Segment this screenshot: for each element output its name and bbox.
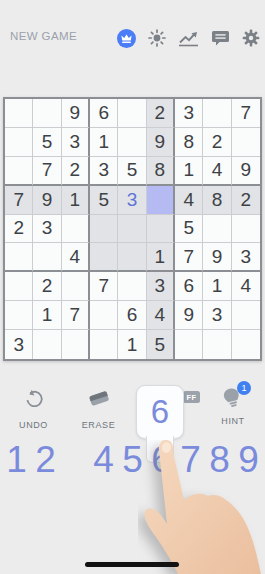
pressed-number-popup: 6: [136, 385, 184, 439]
cell-r3c8[interactable]: 4: [203, 157, 231, 186]
cell-r1c1[interactable]: [5, 99, 33, 128]
cell-r5c5[interactable]: [118, 215, 146, 244]
cell-r6c4[interactable]: [90, 243, 118, 272]
cell-r4c8[interactable]: 8: [203, 186, 231, 215]
cell-r9c8[interactable]: [203, 330, 231, 359]
erase-label: ERASE: [82, 420, 116, 430]
cell-r3c3[interactable]: 2: [62, 157, 90, 186]
cell-r9c9[interactable]: [232, 330, 260, 359]
undo-button[interactable]: UNDO: [11, 389, 56, 430]
cell-r9c2[interactable]: [33, 330, 61, 359]
cell-r2c3[interactable]: 3: [62, 128, 90, 157]
cell-r2c9[interactable]: [232, 128, 260, 157]
statistics-icon[interactable]: [178, 30, 199, 47]
cell-r5c2[interactable]: 3: [33, 215, 61, 244]
cell-r5c4[interactable]: [90, 215, 118, 244]
cell-r2c5[interactable]: [118, 128, 146, 157]
cell-r9c7[interactable]: [175, 330, 203, 359]
cell-r9c6[interactable]: 5: [147, 330, 175, 359]
cell-r8c9[interactable]: [232, 301, 260, 330]
cell-r4c7[interactable]: 4: [175, 186, 203, 215]
numpad-empty: [60, 437, 89, 483]
cell-r3c2[interactable]: 7: [33, 157, 61, 186]
cell-r7c2[interactable]: 2: [33, 272, 61, 301]
cell-r8c3[interactable]: 7: [62, 301, 90, 330]
cell-r6c6[interactable]: 1: [147, 243, 175, 272]
cell-r2c8[interactable]: 2: [203, 128, 231, 157]
new-game-button[interactable]: NEW GAME: [10, 30, 77, 42]
erase-button[interactable]: ERASE: [76, 388, 121, 430]
hint-bulb-icon: [221, 395, 245, 412]
brightness-icon[interactable]: [148, 29, 166, 47]
cell-r1c2[interactable]: [33, 99, 61, 128]
cell-r2c6[interactable]: 9: [147, 128, 175, 157]
cell-r9c4[interactable]: [90, 330, 118, 359]
undo-label: UNDO: [19, 420, 48, 430]
cell-r8c4[interactable]: [90, 301, 118, 330]
feedback-icon[interactable]: [211, 30, 230, 47]
cell-r7c3[interactable]: [62, 272, 90, 301]
cell-r6c7[interactable]: 7: [175, 243, 203, 272]
cell-r6c1[interactable]: [5, 243, 33, 272]
cell-r1c8[interactable]: [203, 99, 231, 128]
cell-r3c4[interactable]: 3: [90, 157, 118, 186]
cell-r2c1[interactable]: [5, 128, 33, 157]
home-indicator[interactable]: [85, 562, 179, 567]
cell-r1c4[interactable]: 6: [90, 99, 118, 128]
cell-r9c1[interactable]: 3: [5, 330, 33, 359]
cell-r1c3[interactable]: 9: [62, 99, 90, 128]
cell-r7c1[interactable]: [5, 272, 33, 301]
cell-r3c9[interactable]: 9: [232, 157, 260, 186]
cell-r8c1[interactable]: [5, 301, 33, 330]
cell-r5c3[interactable]: [62, 215, 90, 244]
top-bar: NEW GAME: [0, 0, 265, 56]
cell-r4c4[interactable]: 5: [90, 186, 118, 215]
status-bar: EASY Mistakes:0/3 00:17: [0, 70, 265, 96]
cell-r8c6[interactable]: 4: [147, 301, 175, 330]
settings-gear-icon[interactable]: [242, 29, 260, 47]
hint-label: HINT: [221, 416, 244, 426]
cell-r5c1[interactable]: 2: [5, 215, 33, 244]
cell-r7c4[interactable]: 7: [90, 272, 118, 301]
numpad-2[interactable]: 2: [31, 437, 60, 483]
cell-r3c5[interactable]: 5: [118, 157, 146, 186]
cell-r3c7[interactable]: 1: [175, 157, 203, 186]
cell-r2c7[interactable]: 8: [175, 128, 203, 157]
cell-r1c5[interactable]: [118, 99, 146, 128]
cell-r9c3[interactable]: [62, 330, 90, 359]
cell-r6c2[interactable]: [33, 243, 61, 272]
cell-r4c3[interactable]: 1: [62, 186, 90, 215]
numpad-4[interactable]: 4: [89, 437, 118, 483]
cell-r2c4[interactable]: 1: [90, 128, 118, 157]
cell-r5c9[interactable]: [232, 215, 260, 244]
cell-r1c9[interactable]: 7: [232, 99, 260, 128]
cell-r7c9[interactable]: 4: [232, 272, 260, 301]
cell-r3c1[interactable]: [5, 157, 33, 186]
numpad-1[interactable]: 1: [2, 437, 31, 483]
cell-r6c3[interactable]: 4: [62, 243, 90, 272]
notes-off-badge[interactable]: FF: [183, 391, 200, 403]
cell-r9c5[interactable]: 1: [118, 330, 146, 359]
cell-r8c7[interactable]: 9: [175, 301, 203, 330]
crown-icon[interactable]: [117, 29, 136, 48]
cell-r1c6[interactable]: 2: [147, 99, 175, 128]
cell-r6c9[interactable]: 3: [232, 243, 260, 272]
cell-r5c7[interactable]: 5: [175, 215, 203, 244]
cell-r5c8[interactable]: [203, 215, 231, 244]
hint-badge: 1: [237, 381, 251, 395]
cell-r6c5[interactable]: [118, 243, 146, 272]
cell-r8c5[interactable]: 6: [118, 301, 146, 330]
undo-icon: [24, 389, 44, 413]
cell-r5c6[interactable]: [147, 215, 175, 244]
cell-r8c8[interactable]: 3: [203, 301, 231, 330]
cell-r7c8[interactable]: 1: [203, 272, 231, 301]
cell-r7c7[interactable]: 6: [175, 272, 203, 301]
cell-r3c6[interactable]: 8: [147, 157, 175, 186]
hint-button[interactable]: 1 HINT: [210, 387, 256, 426]
cell-r4c5[interactable]: 3: [118, 186, 146, 215]
cell-r2c2[interactable]: 5: [33, 128, 61, 157]
eraser-icon: [87, 388, 111, 413]
cell-r1c7[interactable]: 3: [175, 99, 203, 128]
sudoku-board: 9623753198272358149791534822354179327361…: [3, 97, 262, 361]
cell-r4c9[interactable]: 2: [232, 186, 260, 215]
cell-r4c1[interactable]: 7: [5, 186, 33, 215]
cell-r4c2[interactable]: 9: [33, 186, 61, 215]
cell-r8c2[interactable]: 1: [33, 301, 61, 330]
cell-r6c8[interactable]: 9: [203, 243, 231, 272]
cell-r4c6[interactable]: [147, 186, 175, 215]
cell-r7c6[interactable]: 3: [147, 272, 175, 301]
pointing-hand: [138, 440, 265, 574]
cell-r7c5[interactable]: [118, 272, 146, 301]
